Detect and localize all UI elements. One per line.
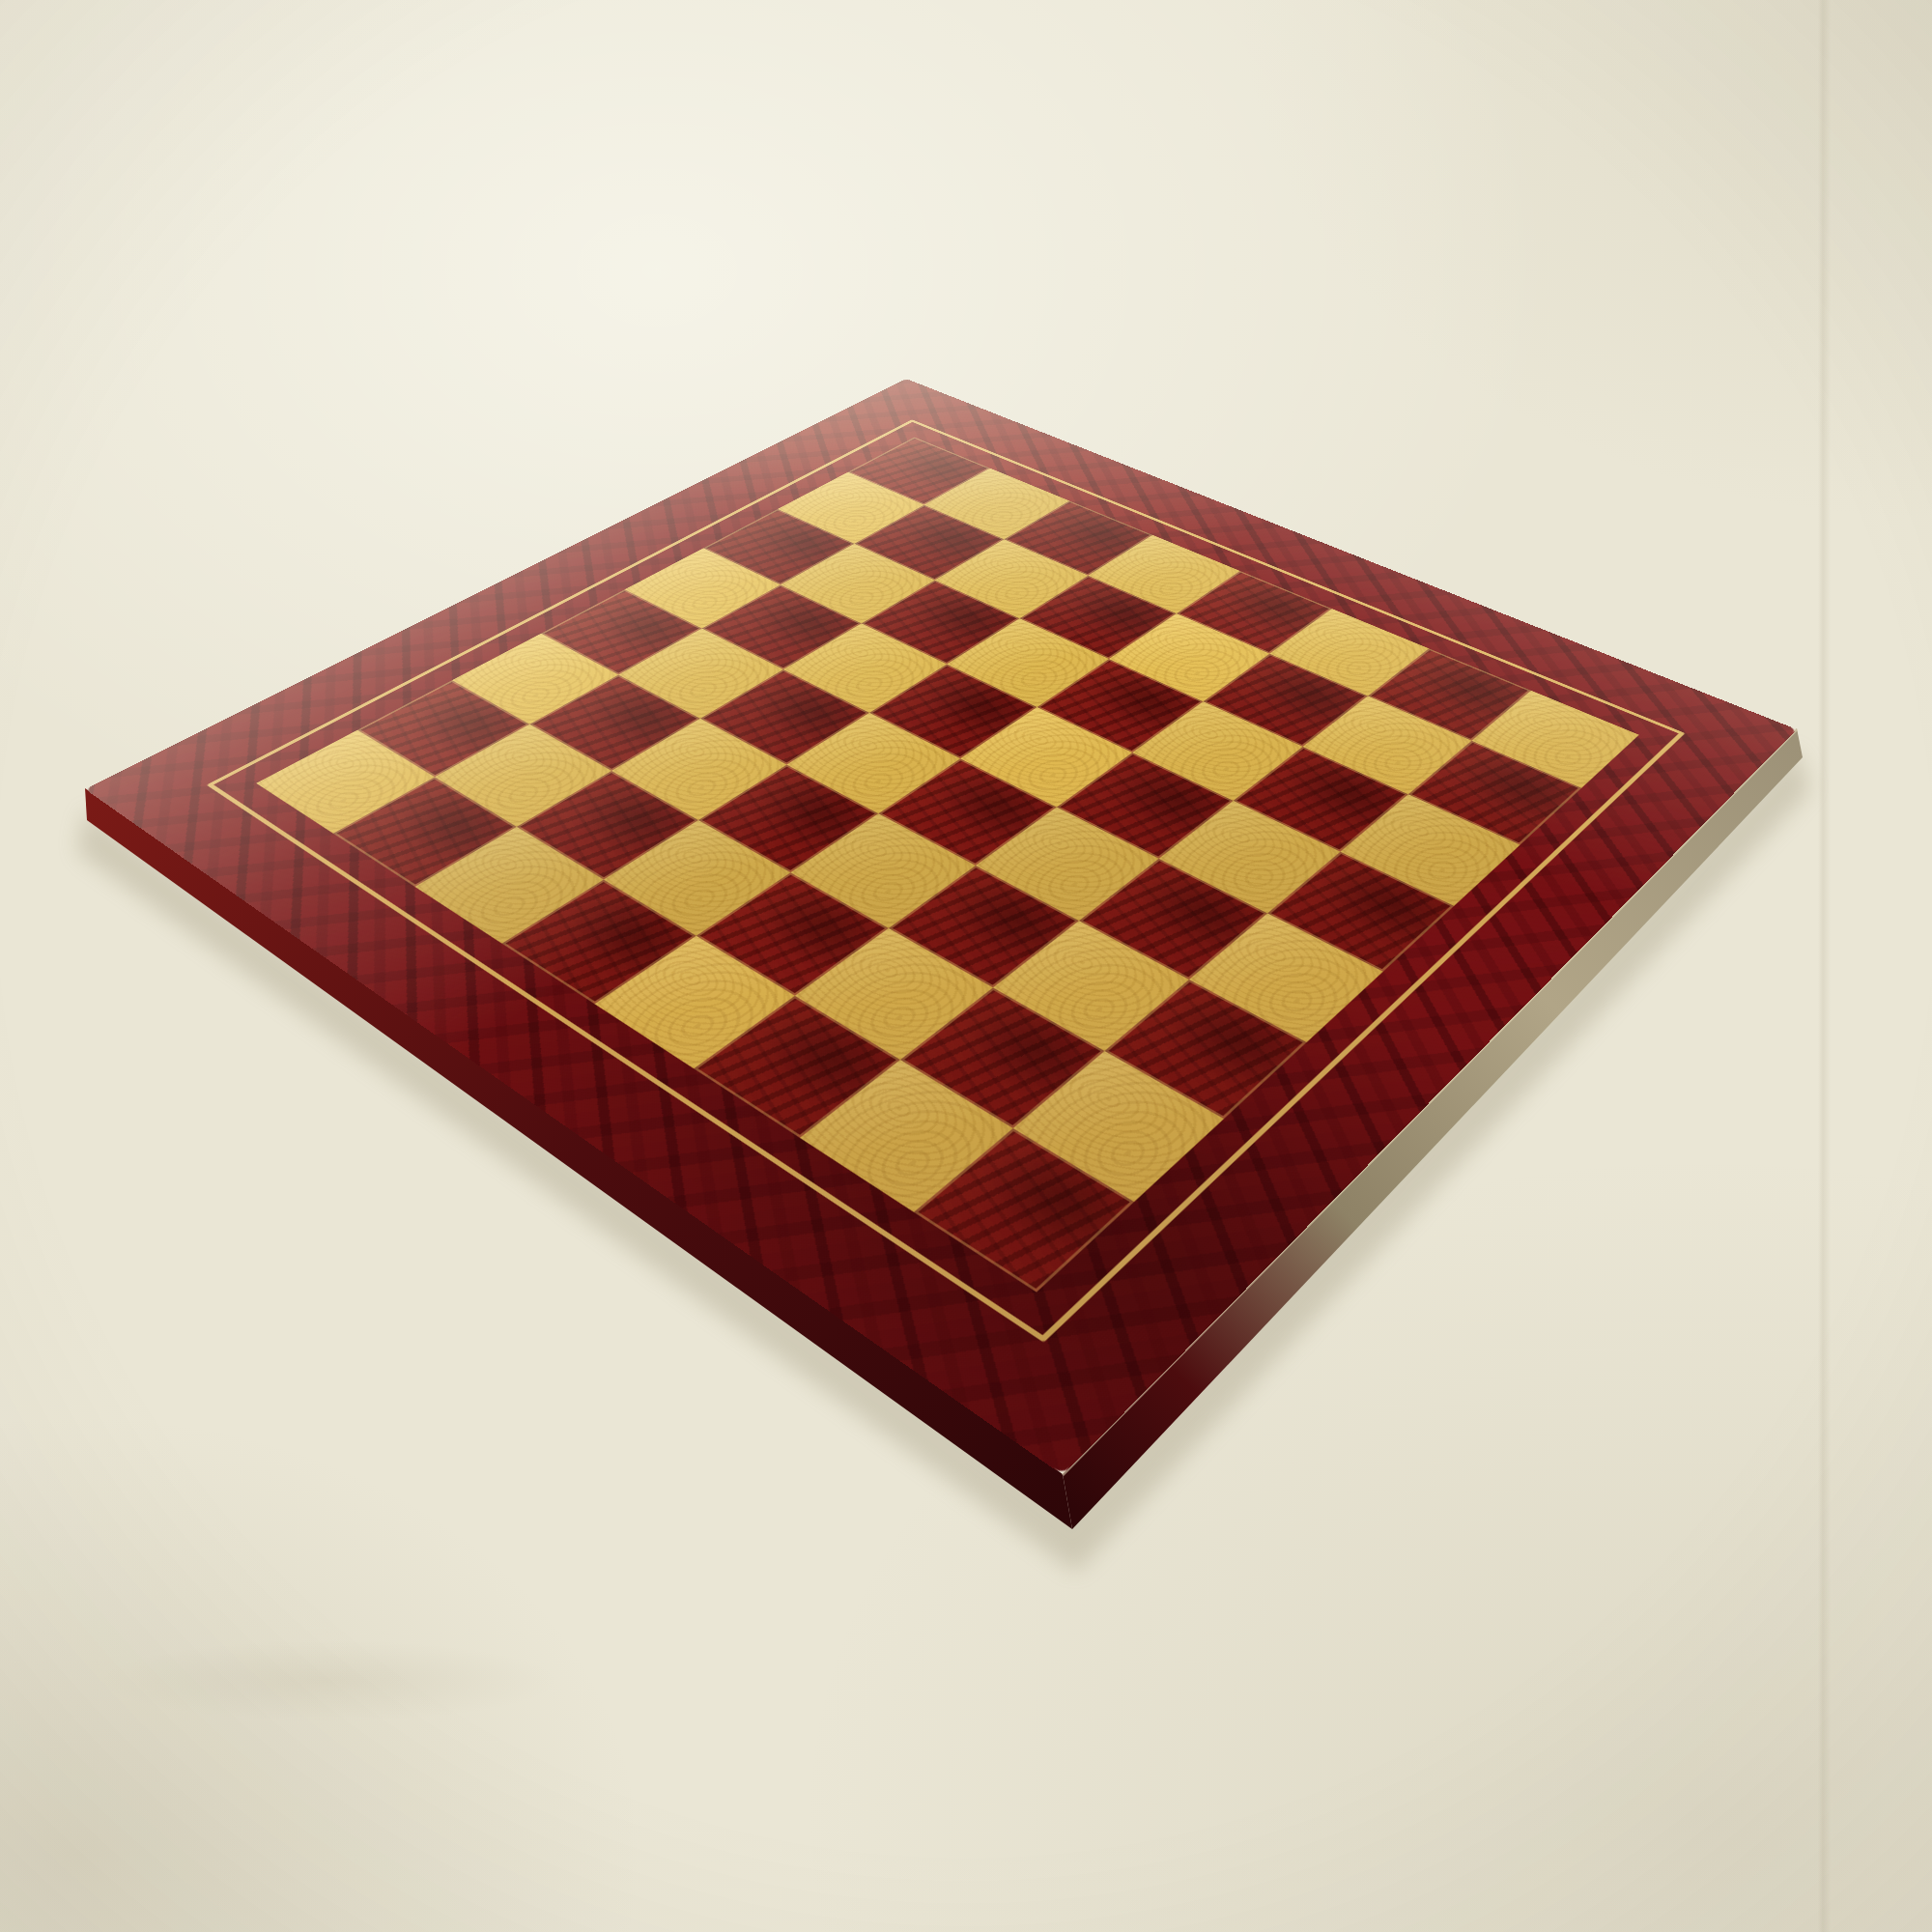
photo-backdrop xyxy=(0,0,1932,1932)
